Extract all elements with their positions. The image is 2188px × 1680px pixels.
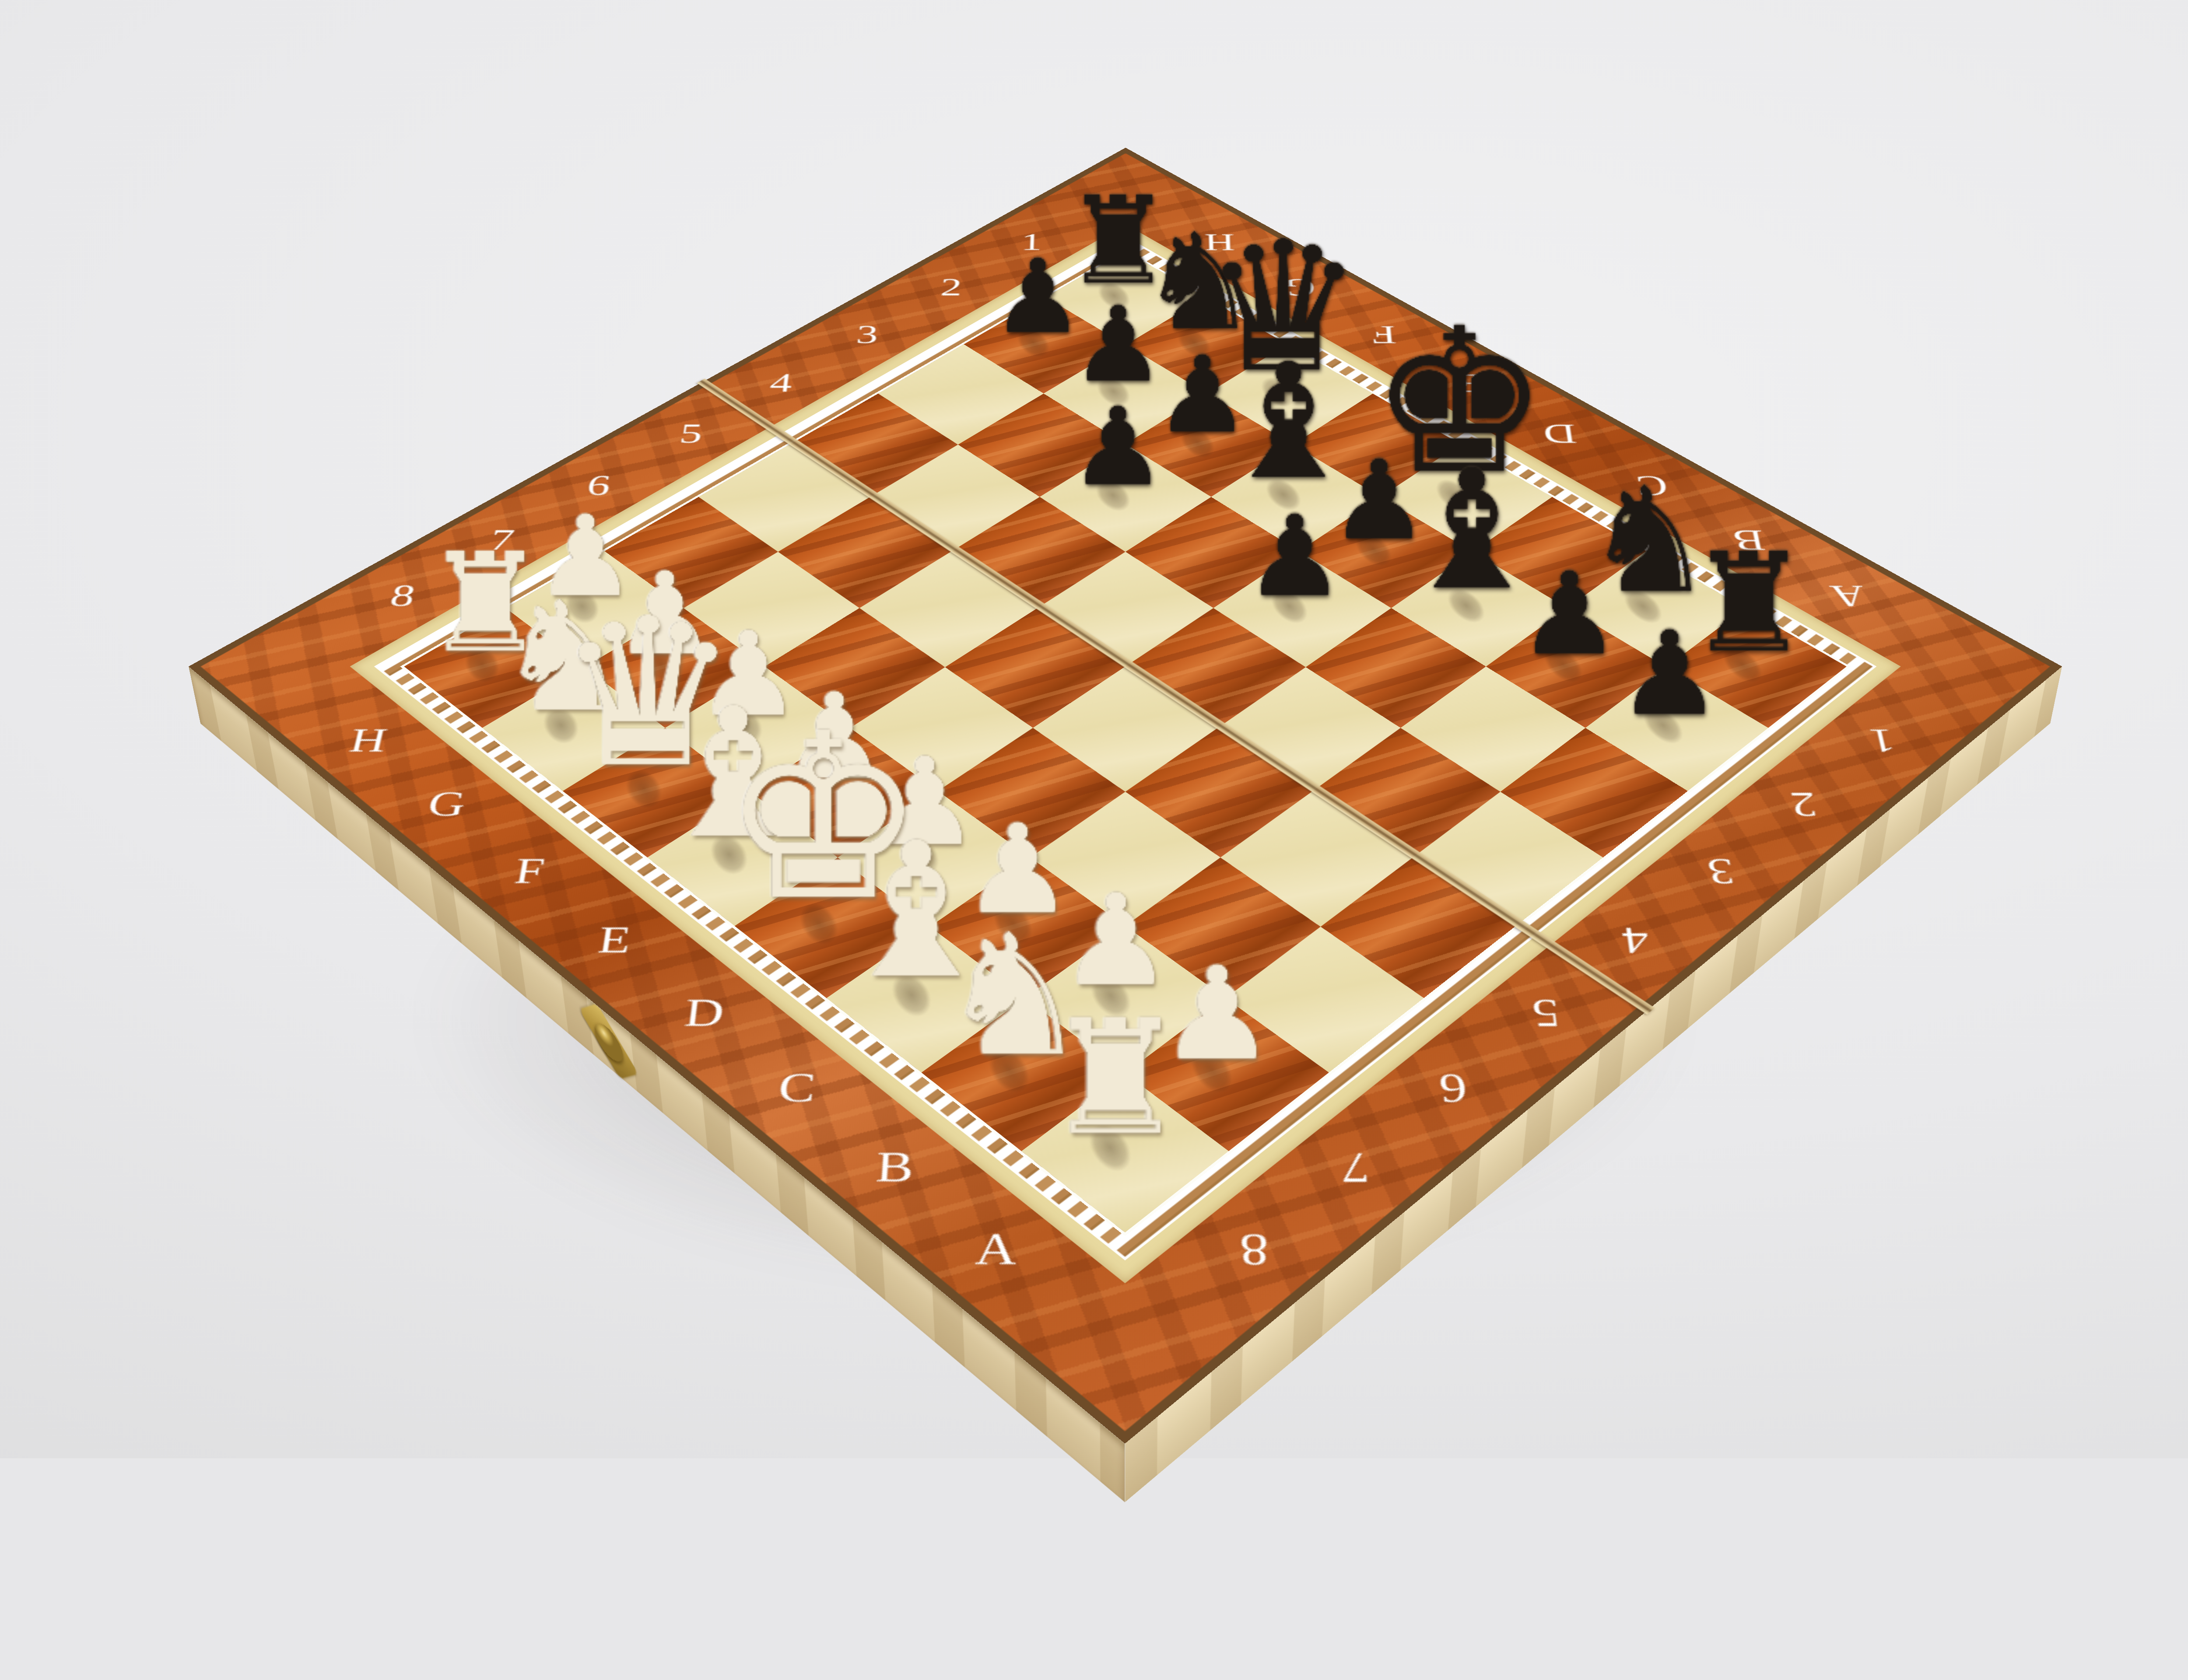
playing-area: ♜♞♛♚♞♜♟♟♟♝♟♝♟♟♟♟♟♟♟♟♟♟♟♟♜♞♛♝♚♝♞♜	[400, 249, 1851, 1236]
label-file-e-bottomleft: E	[580, 918, 649, 962]
board-top-face: ♜♞♛♚♞♜♟♟♟♝♟♝♟♟♟♟♟♟♟♟♟♟♟♟♜♞♛♝♚♝♞♜ 11HH22G…	[189, 148, 2062, 1444]
label-rank-5-bottomright: 5	[1512, 990, 1581, 1036]
label-rank-2-topleft: 2	[925, 273, 977, 302]
square-f5[interactable]	[860, 551, 1037, 667]
photo-viewport: ♜♞♛♚♞♜♟♟♟♝♟♝♟♟♟♟♟♟♟♟♟♟♟♟♜♞♛♝♚♝♞♜ 11HH22G…	[0, 0, 2188, 1680]
label-file-f-topright: F	[1357, 319, 1411, 350]
label-rank-4-bottomright: 4	[1601, 918, 1670, 962]
label-file-h-topright: H	[1194, 228, 1245, 256]
white-rook-icon: ♜	[984, 1000, 1248, 1158]
label-file-f-bottomleft: F	[495, 850, 563, 892]
label-file-c-bottomleft: C	[762, 1064, 831, 1113]
folding-chess-board: ♜♞♛♚♞♜♟♟♟♝♟♝♟♟♟♟♟♟♟♟♟♟♟♟♜♞♛♝♚♝♞♜ 11HH22G…	[189, 148, 2062, 1444]
label-file-b-bottomleft: B	[859, 1142, 929, 1193]
label-rank-7-bottomright: 7	[1321, 1142, 1390, 1193]
label-file-g-bottomleft: G	[413, 784, 481, 825]
label-file-c-topright: C	[1623, 469, 1682, 503]
label-rank-3-topleft: 3	[840, 319, 894, 350]
label-rank-3-bottomright: 3	[1687, 850, 1756, 892]
black-pawn-icon: ♟	[1010, 393, 1226, 501]
label-file-d-bottomleft: D	[670, 990, 739, 1036]
black-pawn-icon: ♟	[1183, 501, 1407, 613]
label-rank-6-bottomright: 6	[1419, 1064, 1488, 1113]
label-rank-1-bottomright: 1	[1849, 721, 1917, 760]
label-file-e-topright: E	[1442, 367, 1498, 399]
label-file-d-topright: D	[1531, 417, 1589, 450]
black-pawn-icon: ♟	[1553, 617, 1786, 733]
label-rank-8-bottomright: 8	[1220, 1223, 1289, 1277]
squares-grid: ♜♞♛♚♞♜♟♟♟♝♟♝♟♟♟♟♟♟♟♟♟♟♟♟♜♞♛♝♚♝♞♜	[404, 251, 1847, 1232]
label-rank-2-bottomright: 2	[1770, 784, 1838, 825]
scene-3d: ♜♞♛♚♞♜♟♟♟♝♟♝♟♟♟♟♟♟♟♟♟♟♟♟♜♞♛♝♚♝♞♜ 11HH22G…	[0, 0, 2188, 1458]
studio-backdrop: ♜♞♛♚♞♜♟♟♟♝♟♝♟♟♟♟♟♟♟♟♟♟♟♟♜♞♛♝♚♝♞♜ 11HH22G…	[0, 0, 2188, 1458]
label-rank-4-topleft: 4	[753, 367, 809, 399]
label-rank-6-topleft: 6	[568, 469, 628, 503]
label-file-h-bottomleft: H	[334, 721, 402, 760]
label-file-a-bottomleft: A	[961, 1223, 1031, 1277]
label-rank-1-topleft: 1	[1006, 228, 1057, 256]
label-rank-5-topleft: 5	[663, 417, 720, 450]
label-file-g-topright: G	[1274, 273, 1326, 302]
